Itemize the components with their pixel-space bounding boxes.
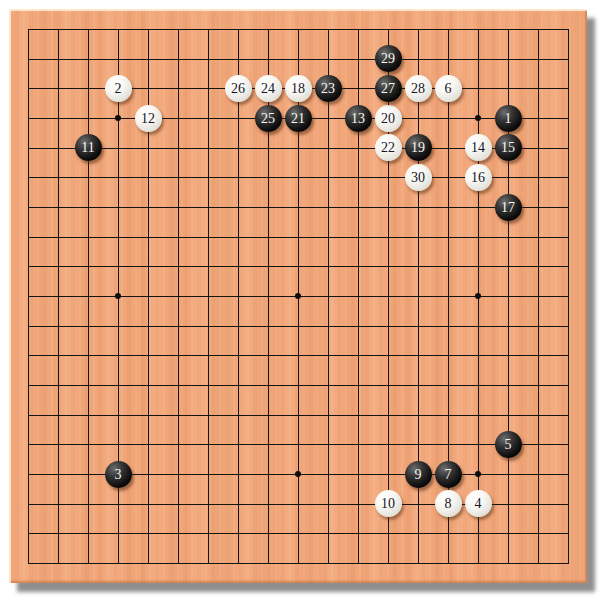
stone-black-21: 21 bbox=[285, 105, 312, 132]
stone-white-26: 26 bbox=[225, 75, 252, 102]
page: 1234567891011121314151617181920212223242… bbox=[0, 0, 600, 600]
stone-white-22: 22 bbox=[375, 134, 402, 161]
stone-white-2: 2 bbox=[105, 75, 132, 102]
stone-white-6: 6 bbox=[435, 75, 462, 102]
stone-black-23: 23 bbox=[315, 75, 342, 102]
stone-white-18: 18 bbox=[285, 75, 312, 102]
grid-line-horizontal bbox=[28, 533, 569, 534]
stone-black-7: 7 bbox=[435, 461, 462, 488]
board-surface[interactable]: 1234567891011121314151617181920212223242… bbox=[28, 29, 568, 563]
star-point bbox=[475, 471, 481, 477]
stone-white-24: 24 bbox=[255, 75, 282, 102]
stone-black-17: 17 bbox=[495, 194, 522, 221]
grid-line-horizontal bbox=[28, 563, 569, 564]
star-point bbox=[115, 293, 121, 299]
grid-line-vertical bbox=[538, 29, 539, 564]
grid-line-horizontal bbox=[28, 444, 569, 445]
stone-black-27: 27 bbox=[375, 75, 402, 102]
go-board: 1234567891011121314151617181920212223242… bbox=[9, 9, 587, 583]
grid-line-horizontal bbox=[28, 355, 569, 356]
stone-black-13: 13 bbox=[345, 105, 372, 132]
stone-white-14: 14 bbox=[465, 134, 492, 161]
stone-black-5: 5 bbox=[495, 431, 522, 458]
grid-line-vertical bbox=[568, 29, 569, 564]
stone-black-25: 25 bbox=[255, 105, 282, 132]
stone-black-1: 1 bbox=[495, 105, 522, 132]
star-point bbox=[295, 471, 301, 477]
stone-white-16: 16 bbox=[465, 164, 492, 191]
stone-white-28: 28 bbox=[405, 75, 432, 102]
stone-black-9: 9 bbox=[405, 461, 432, 488]
star-point bbox=[475, 115, 481, 121]
grid-line-horizontal bbox=[28, 385, 569, 386]
stone-black-15: 15 bbox=[495, 134, 522, 161]
grid-line-horizontal bbox=[28, 326, 569, 327]
grid-line-vertical bbox=[328, 29, 329, 564]
stone-white-4: 4 bbox=[465, 490, 492, 517]
stone-black-19: 19 bbox=[405, 134, 432, 161]
star-point bbox=[295, 293, 301, 299]
star-point bbox=[475, 293, 481, 299]
stone-white-12: 12 bbox=[135, 105, 162, 132]
star-point bbox=[115, 115, 121, 121]
stone-black-11: 11 bbox=[75, 134, 102, 161]
stone-black-3: 3 bbox=[105, 461, 132, 488]
grid-line-horizontal bbox=[28, 415, 569, 416]
stone-white-30: 30 bbox=[405, 164, 432, 191]
stone-white-8: 8 bbox=[435, 490, 462, 517]
stone-white-10: 10 bbox=[375, 490, 402, 517]
stone-black-29: 29 bbox=[375, 45, 402, 72]
stone-white-20: 20 bbox=[375, 105, 402, 132]
